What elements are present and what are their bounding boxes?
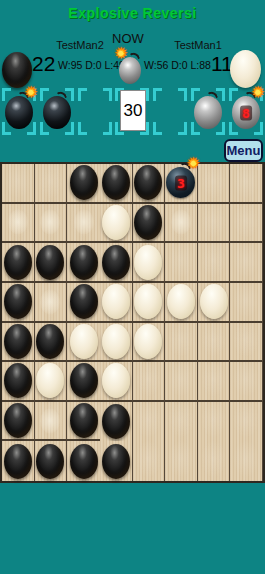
cell-r7c4[interactable] xyxy=(100,402,133,442)
black-disc xyxy=(4,284,32,319)
cell-r3c3[interactable] xyxy=(67,243,100,283)
black-bomb-icon[interactable]: ✹✹ xyxy=(5,96,33,129)
black-disc xyxy=(102,444,130,479)
cell-r5c3[interactable] xyxy=(67,323,100,363)
black-disc xyxy=(4,324,32,359)
black-disc xyxy=(70,403,98,438)
cell-r6c4[interactable] xyxy=(100,362,133,402)
black-disc xyxy=(70,245,98,280)
cell-r2c4[interactable] xyxy=(100,204,133,244)
page-title: Explosive Reversi xyxy=(0,5,265,21)
timer-box: 30 xyxy=(120,90,146,131)
cell-r7c1[interactable] xyxy=(2,402,35,442)
white-disc xyxy=(102,324,130,359)
black-disc xyxy=(36,324,64,359)
cell-r3c4[interactable] xyxy=(100,243,133,283)
black-bomb-icon[interactable] xyxy=(43,96,71,129)
cell-r1c2[interactable] xyxy=(35,164,68,204)
slot-corner xyxy=(153,122,162,135)
cell-r6c3[interactable] xyxy=(67,362,100,402)
slot-corner xyxy=(78,122,87,135)
timer-value: 30 xyxy=(124,101,143,121)
cell-r4c6[interactable] xyxy=(165,283,198,323)
cell-r3c1[interactable] xyxy=(2,243,35,283)
cell-r4c3[interactable] xyxy=(67,283,100,323)
white-disc xyxy=(167,284,195,319)
cell-r8c3[interactable] xyxy=(67,441,100,481)
bomb-fuse-icon xyxy=(130,51,140,61)
cell-r4c1[interactable] xyxy=(2,283,35,323)
black-disc xyxy=(4,403,32,438)
cell-r7c7[interactable] xyxy=(198,402,231,442)
cell-r5c2[interactable] xyxy=(35,323,68,363)
cell-r2c1[interactable] xyxy=(2,204,35,244)
tray-slot-2 xyxy=(40,88,74,135)
tray-slot-7: ✹✹8 xyxy=(229,88,263,135)
cell-r5c1[interactable] xyxy=(2,323,35,363)
black-disc xyxy=(36,444,64,479)
legal-move-hint xyxy=(171,210,191,235)
legal-move-hint xyxy=(74,210,94,235)
white-disc xyxy=(102,205,130,240)
black-disc xyxy=(70,165,98,200)
cell-r1c4[interactable] xyxy=(100,164,133,204)
cell-r8c4[interactable] xyxy=(100,441,133,481)
white-disc xyxy=(36,363,64,398)
cell-r1c3[interactable] xyxy=(67,164,100,204)
cell-r6c2[interactable] xyxy=(35,362,68,402)
cell-r2c7[interactable] xyxy=(198,204,231,244)
slot-corner xyxy=(78,88,87,101)
cell-r8c7[interactable] xyxy=(198,441,231,481)
cell-r3c7[interactable] xyxy=(198,243,231,283)
cell-r8c8[interactable] xyxy=(230,441,263,481)
cell-r5c8[interactable] xyxy=(230,323,263,363)
legal-move-hint xyxy=(8,210,28,235)
cell-r6c1[interactable] xyxy=(2,362,35,402)
cell-r1c6[interactable]: ✹✹3 xyxy=(165,164,198,204)
white-disc xyxy=(134,245,162,280)
black-disc xyxy=(134,205,162,240)
slot-corner xyxy=(153,88,162,101)
cell-r5c5[interactable] xyxy=(133,323,166,363)
cell-r7c3[interactable] xyxy=(67,402,100,442)
cell-r3c8[interactable] xyxy=(230,243,263,283)
white-disc xyxy=(102,284,130,319)
legal-move-hint xyxy=(40,210,60,235)
black-disc xyxy=(102,404,130,439)
cell-r6c7[interactable] xyxy=(198,362,231,402)
gray-bomb-icon[interactable] xyxy=(194,96,222,129)
board-bomb-icon: ✹✹3 xyxy=(166,167,195,198)
board: ✹✹3 xyxy=(0,162,265,483)
black-disc xyxy=(70,284,98,319)
cell-r2c2[interactable] xyxy=(35,204,68,244)
slot-corner xyxy=(178,88,187,101)
bomb-counter: 3 xyxy=(175,175,187,190)
black-disc xyxy=(4,363,32,398)
black-score-stone-icon xyxy=(2,52,32,88)
cell-r7c8[interactable] xyxy=(230,402,263,442)
cell-r8c6[interactable] xyxy=(165,441,198,481)
tray-slot-3 xyxy=(78,88,112,135)
cell-r2c3[interactable] xyxy=(67,204,100,244)
black-disc xyxy=(102,245,130,280)
cell-r2c5[interactable] xyxy=(133,204,166,244)
black-disc xyxy=(36,245,64,280)
cell-r1c7[interactable] xyxy=(198,164,231,204)
cell-r7c5[interactable] xyxy=(133,402,166,442)
white-disc xyxy=(134,284,162,319)
player-left-score: 22 xyxy=(32,52,55,76)
cell-r2c6[interactable] xyxy=(165,204,198,244)
slot-corner xyxy=(103,88,112,101)
cell-r1c1[interactable] xyxy=(2,164,35,204)
player-left-record: W:95 D:0 L:49 xyxy=(58,59,125,71)
cell-r1c8[interactable] xyxy=(230,164,263,204)
cell-r5c7[interactable] xyxy=(198,323,231,363)
cell-r4c7[interactable] xyxy=(198,283,231,323)
cell-r5c4[interactable] xyxy=(100,323,133,363)
cell-r3c5[interactable] xyxy=(133,243,166,283)
player-right-record: W:56 D:0 L:88 xyxy=(144,59,211,71)
player-right-name: TestMan1 xyxy=(148,39,248,51)
black-disc xyxy=(102,165,130,200)
cell-r6c5[interactable] xyxy=(133,362,166,402)
black-disc xyxy=(134,165,162,200)
white-disc xyxy=(70,324,98,359)
turn-bomb-holder: ✹✹ xyxy=(119,57,141,84)
white-disc xyxy=(200,284,228,319)
cell-r8c2[interactable] xyxy=(35,441,68,481)
black-disc xyxy=(4,444,32,479)
cell-r1c5[interactable] xyxy=(133,164,166,204)
slot-corner xyxy=(103,122,112,135)
tray-slot-5 xyxy=(153,88,187,135)
white-score-stone-icon xyxy=(230,50,261,88)
tray-slot-6 xyxy=(191,88,225,135)
gray-bomb-icon[interactable]: ✹✹8 xyxy=(232,96,260,129)
cell-r4c4[interactable] xyxy=(100,283,133,323)
cell-r3c2[interactable] xyxy=(35,243,68,283)
turn-bomb-icon: ✹✹ xyxy=(119,57,141,84)
legal-move-hint xyxy=(40,289,60,314)
bomb-fuse-icon xyxy=(181,161,191,171)
cell-r8c1[interactable] xyxy=(2,441,35,481)
cell-r4c8[interactable] xyxy=(230,283,263,323)
black-disc xyxy=(4,245,32,280)
black-disc xyxy=(70,444,98,479)
cell-r4c5[interactable] xyxy=(133,283,166,323)
white-disc xyxy=(102,363,130,398)
turn-indicator-label: NOW xyxy=(103,31,153,46)
legal-move-hint xyxy=(40,408,60,433)
cell-r7c6[interactable] xyxy=(165,402,198,442)
slot-corner xyxy=(178,122,187,135)
cell-r6c8[interactable] xyxy=(230,362,263,402)
cell-r6c6[interactable] xyxy=(165,362,198,402)
cell-r7c2[interactable] xyxy=(35,402,68,442)
menu-button[interactable]: Menu xyxy=(224,139,263,162)
cell-r2c8[interactable] xyxy=(230,204,263,244)
tray-slot-1: ✹✹ xyxy=(2,88,36,135)
cell-r5c6[interactable] xyxy=(165,323,198,363)
cell-r3c6[interactable] xyxy=(165,243,198,283)
cell-r4c2[interactable] xyxy=(35,283,68,323)
black-disc xyxy=(70,363,98,398)
cell-r8c5[interactable] xyxy=(133,441,166,481)
white-disc xyxy=(134,324,162,359)
bomb-counter: 8 xyxy=(240,105,252,120)
